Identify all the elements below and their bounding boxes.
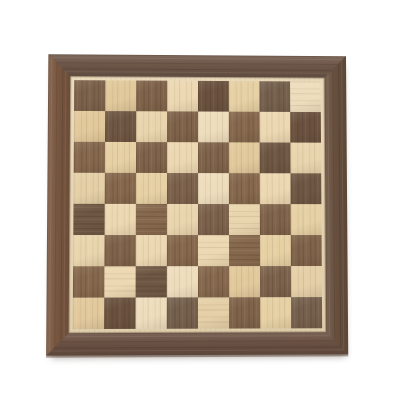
square-r2c4[interactable] <box>167 111 198 142</box>
square-r6c3[interactable] <box>136 235 167 266</box>
square-r3c4[interactable] <box>167 142 198 173</box>
board-frame-top <box>48 54 346 78</box>
square-r6c1[interactable] <box>73 235 104 266</box>
board-frame-right <box>324 56 348 354</box>
square-r5c7[interactable] <box>260 204 291 235</box>
square-r1c8[interactable] <box>290 81 321 112</box>
square-r5c2[interactable] <box>105 204 136 235</box>
square-r8c1[interactable] <box>73 298 105 330</box>
square-r1c7[interactable] <box>259 81 290 112</box>
square-r7c4[interactable] <box>167 266 198 297</box>
square-r8c4[interactable] <box>167 297 198 328</box>
board-frame-bottom <box>46 332 348 355</box>
square-r3c7[interactable] <box>260 142 291 173</box>
square-r6c7[interactable] <box>260 235 291 266</box>
square-r3c3[interactable] <box>136 142 167 173</box>
square-r8c5[interactable] <box>198 297 229 328</box>
square-r5c4[interactable] <box>167 204 198 235</box>
square-r6c5[interactable] <box>198 235 229 266</box>
square-r6c8[interactable] <box>291 235 322 266</box>
board-frame-left <box>46 54 70 355</box>
square-r8c3[interactable] <box>135 297 166 328</box>
square-r7c5[interactable] <box>198 266 229 297</box>
square-r2c5[interactable] <box>198 112 229 143</box>
square-r3c5[interactable] <box>198 142 229 173</box>
square-r8c2[interactable] <box>104 298 135 329</box>
square-r2c8[interactable] <box>290 112 321 143</box>
square-r5c6[interactable] <box>229 204 260 235</box>
square-r2c1[interactable] <box>74 111 105 142</box>
square-r1c3[interactable] <box>136 81 167 112</box>
square-r1c1[interactable] <box>74 80 105 111</box>
square-r5c3[interactable] <box>136 204 167 235</box>
square-r3c8[interactable] <box>290 143 321 174</box>
square-r6c2[interactable] <box>104 235 135 266</box>
square-r5c1[interactable] <box>73 204 104 235</box>
square-r3c2[interactable] <box>105 142 136 173</box>
square-r8c8[interactable] <box>291 297 322 328</box>
square-r4c7[interactable] <box>260 173 291 204</box>
square-r7c7[interactable] <box>260 266 291 297</box>
square-r6c6[interactable] <box>229 235 260 266</box>
square-r2c6[interactable] <box>229 112 260 143</box>
square-r5c5[interactable] <box>198 204 229 235</box>
chess-board <box>46 54 348 355</box>
square-r4c2[interactable] <box>105 173 136 204</box>
square-r2c3[interactable] <box>136 111 167 142</box>
square-r3c1[interactable] <box>74 142 105 173</box>
square-r4c5[interactable] <box>198 173 229 204</box>
square-r1c4[interactable] <box>167 81 198 112</box>
square-r1c5[interactable] <box>198 81 229 112</box>
square-r7c8[interactable] <box>291 266 322 297</box>
board-squares-grid <box>73 80 322 329</box>
square-r7c1[interactable] <box>73 266 105 297</box>
square-r7c2[interactable] <box>104 266 135 297</box>
square-r7c3[interactable] <box>136 266 167 297</box>
product-photo <box>0 0 400 400</box>
square-r2c7[interactable] <box>260 112 291 143</box>
square-r4c8[interactable] <box>290 173 321 204</box>
square-r4c1[interactable] <box>73 173 104 204</box>
square-r4c3[interactable] <box>136 173 167 204</box>
square-r4c4[interactable] <box>167 173 198 204</box>
square-r3c6[interactable] <box>229 142 260 173</box>
square-r5c8[interactable] <box>291 204 322 235</box>
square-r2c2[interactable] <box>105 111 136 142</box>
square-r4c6[interactable] <box>229 173 260 204</box>
square-r1c6[interactable] <box>229 81 260 112</box>
square-r7c6[interactable] <box>229 266 260 297</box>
square-r1c2[interactable] <box>105 80 136 111</box>
square-r8c7[interactable] <box>260 297 291 328</box>
square-r8c6[interactable] <box>229 297 260 328</box>
square-r6c4[interactable] <box>167 235 198 266</box>
